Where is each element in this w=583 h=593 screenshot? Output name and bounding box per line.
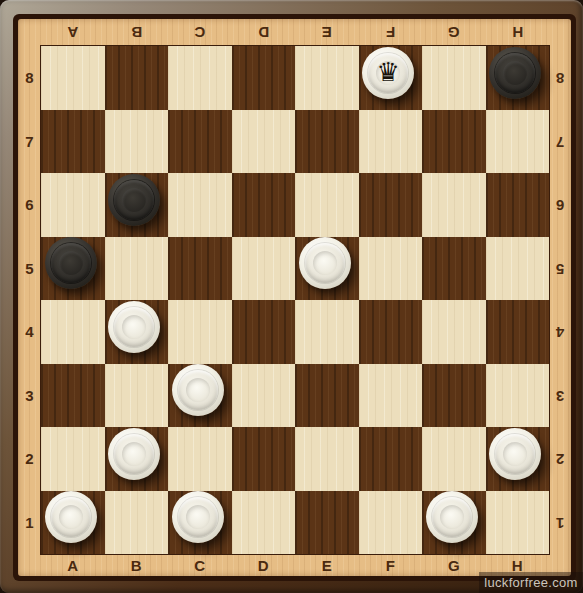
white-piece[interactable]	[45, 491, 97, 543]
square-b7[interactable]	[105, 110, 169, 174]
file-label-bottom-b: B	[105, 554, 169, 576]
square-b8[interactable]	[105, 46, 169, 110]
square-e5[interactable]	[295, 237, 359, 301]
file-label-bottom-g: G	[422, 554, 486, 576]
square-a7[interactable]	[41, 110, 105, 174]
square-d4[interactable]	[232, 300, 296, 364]
square-g6[interactable]	[422, 173, 486, 237]
square-a6[interactable]	[41, 173, 105, 237]
rank-label-left-1: 1	[18, 491, 41, 555]
rank-label-right-8: 8	[549, 46, 571, 110]
rank-label-left-3: 3	[18, 364, 41, 428]
square-f1[interactable]	[359, 491, 423, 555]
square-e3[interactable]	[295, 364, 359, 428]
square-g4[interactable]	[422, 300, 486, 364]
square-d5[interactable]	[232, 237, 296, 301]
file-label-top-h: H	[486, 20, 550, 45]
square-e8[interactable]	[295, 46, 359, 110]
rank-label-left-2: 2	[18, 427, 41, 491]
white-piece[interactable]	[172, 364, 224, 416]
square-h4[interactable]	[486, 300, 550, 364]
rank-label-right-7: 7	[549, 110, 571, 174]
watermark-panel: luckforfree.com	[479, 572, 583, 593]
square-d7[interactable]	[232, 110, 296, 174]
square-h8[interactable]	[486, 46, 550, 110]
square-h1[interactable]	[486, 491, 550, 555]
file-label-top-d: D	[232, 20, 296, 45]
rank-label-right-3: 3	[549, 364, 571, 428]
square-d6[interactable]	[232, 173, 296, 237]
black-piece[interactable]	[45, 237, 97, 289]
white-piece[interactable]	[299, 237, 351, 289]
rank-label-left-4: 4	[18, 300, 41, 364]
square-f6[interactable]	[359, 173, 423, 237]
black-piece[interactable]	[489, 47, 541, 99]
square-f8[interactable]: ♛	[359, 46, 423, 110]
rank-label-left-6: 6	[18, 173, 41, 237]
rank-label-right-4: 4	[549, 300, 571, 364]
square-c3[interactable]	[168, 364, 232, 428]
king-crown-icon: ♛	[377, 59, 400, 85]
square-d3[interactable]	[232, 364, 296, 428]
square-c7[interactable]	[168, 110, 232, 174]
square-e6[interactable]	[295, 173, 359, 237]
square-h2[interactable]	[486, 427, 550, 491]
square-b2[interactable]	[105, 427, 169, 491]
file-label-top-a: A	[41, 20, 105, 45]
square-c4[interactable]	[168, 300, 232, 364]
square-e4[interactable]	[295, 300, 359, 364]
square-c1[interactable]	[168, 491, 232, 555]
square-g7[interactable]	[422, 110, 486, 174]
square-f4[interactable]	[359, 300, 423, 364]
square-a8[interactable]	[41, 46, 105, 110]
square-a1[interactable]	[41, 491, 105, 555]
white-piece[interactable]	[489, 428, 541, 480]
square-b1[interactable]	[105, 491, 169, 555]
square-d2[interactable]	[232, 427, 296, 491]
square-g2[interactable]	[422, 427, 486, 491]
rank-label-left-7: 7	[18, 110, 41, 174]
checkers-board: ♛	[41, 46, 549, 554]
square-h3[interactable]	[486, 364, 550, 428]
square-g3[interactable]	[422, 364, 486, 428]
file-label-bottom-e: E	[295, 554, 359, 576]
square-b6[interactable]	[105, 173, 169, 237]
square-d8[interactable]	[232, 46, 296, 110]
rank-label-right-5: 5	[549, 237, 571, 301]
square-a4[interactable]	[41, 300, 105, 364]
square-f5[interactable]	[359, 237, 423, 301]
file-label-bottom-c: C	[168, 554, 232, 576]
file-label-bottom-d: D	[232, 554, 296, 576]
rank-label-right-6: 6	[549, 173, 571, 237]
file-label-bottom-a: A	[41, 554, 105, 576]
black-piece[interactable]	[108, 174, 160, 226]
square-f2[interactable]	[359, 427, 423, 491]
square-a2[interactable]	[41, 427, 105, 491]
square-b5[interactable]	[105, 237, 169, 301]
square-c5[interactable]	[168, 237, 232, 301]
square-a5[interactable]	[41, 237, 105, 301]
file-label-bottom-f: F	[359, 554, 423, 576]
square-d1[interactable]	[232, 491, 296, 555]
rank-label-right-1: 1	[549, 491, 571, 555]
square-g1[interactable]	[422, 491, 486, 555]
white-piece[interactable]	[172, 491, 224, 543]
square-c2[interactable]	[168, 427, 232, 491]
checkers-app: ♛ AABBCCDDEEFFGGHH8877665544332211 luckf…	[0, 0, 583, 593]
square-c6[interactable]	[168, 173, 232, 237]
file-label-top-g: G	[422, 20, 486, 45]
square-e7[interactable]	[295, 110, 359, 174]
square-f7[interactable]	[359, 110, 423, 174]
file-label-top-e: E	[295, 20, 359, 45]
file-label-top-b: B	[105, 20, 169, 45]
square-c8[interactable]	[168, 46, 232, 110]
square-g8[interactable]	[422, 46, 486, 110]
square-g5[interactable]	[422, 237, 486, 301]
file-label-top-f: F	[359, 20, 423, 45]
white-piece[interactable]	[108, 428, 160, 480]
rank-label-left-5: 5	[18, 237, 41, 301]
rank-label-left-8: 8	[18, 46, 41, 110]
square-h6[interactable]	[486, 173, 550, 237]
square-b4[interactable]	[105, 300, 169, 364]
rank-label-right-2: 2	[549, 427, 571, 491]
square-f3[interactable]	[359, 364, 423, 428]
square-b3[interactable]	[105, 364, 169, 428]
square-h7[interactable]	[486, 110, 550, 174]
white-king-piece[interactable]: ♛	[362, 47, 414, 99]
square-e2[interactable]	[295, 427, 359, 491]
square-e1[interactable]	[295, 491, 359, 555]
square-a3[interactable]	[41, 364, 105, 428]
white-piece[interactable]	[108, 301, 160, 353]
white-piece[interactable]	[426, 491, 478, 543]
square-h5[interactable]	[486, 237, 550, 301]
site-watermark: luckforfree.com	[484, 575, 577, 590]
file-label-top-c: C	[168, 20, 232, 45]
